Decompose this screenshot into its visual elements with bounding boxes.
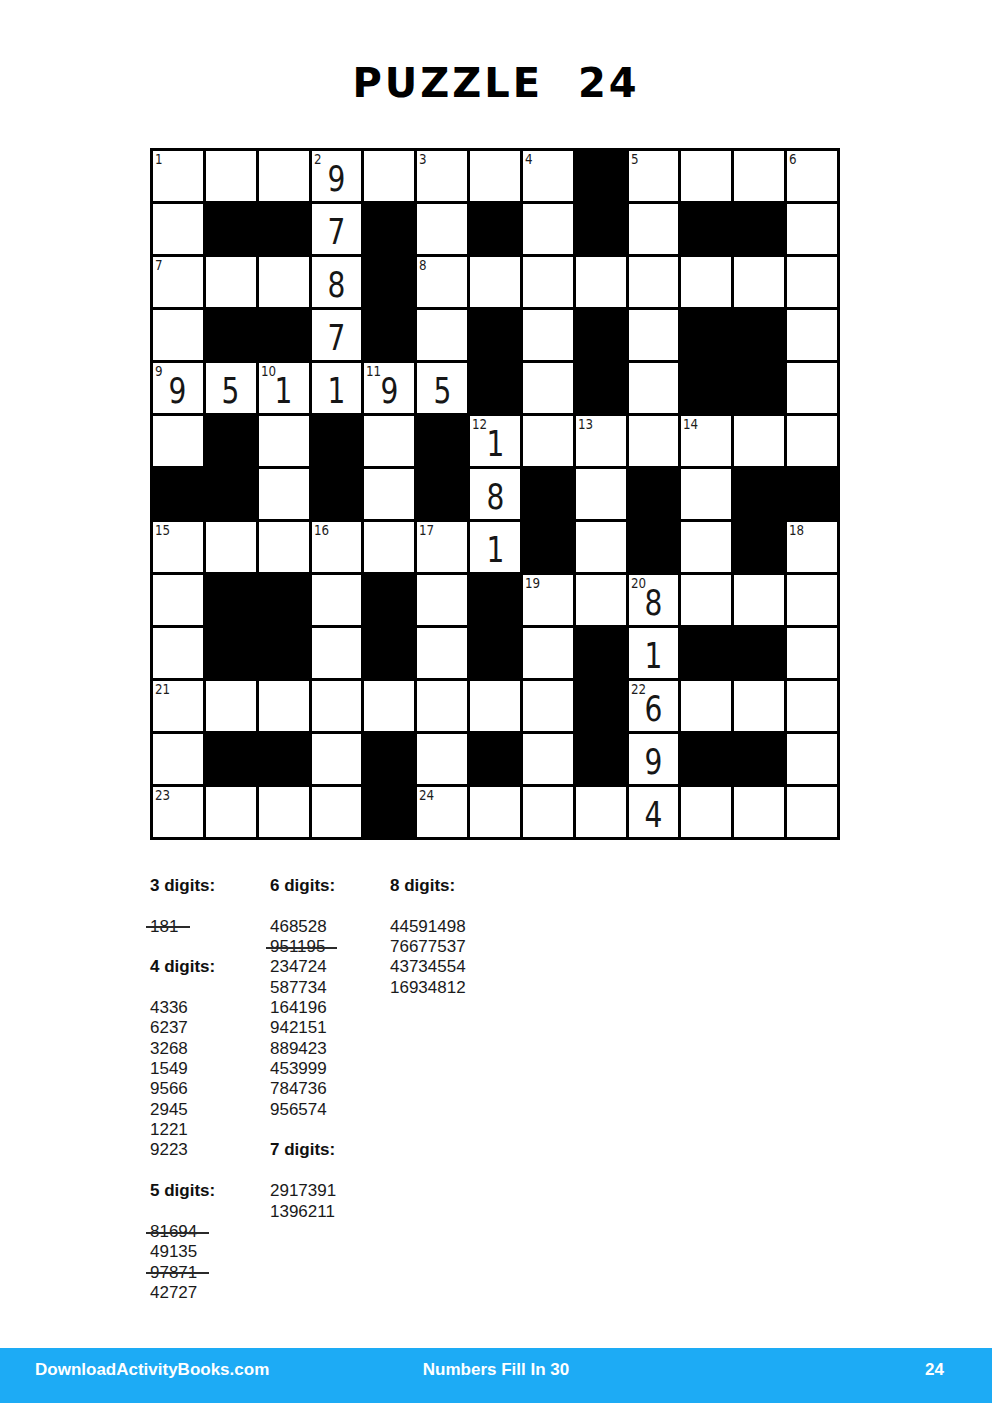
grid-cell[interactable]: 1 bbox=[629, 628, 679, 678]
grid-cell[interactable]: 23 bbox=[153, 787, 203, 837]
grid-cell[interactable] bbox=[259, 416, 309, 466]
grid-cell[interactable] bbox=[364, 416, 414, 466]
footer-page-number: 24 bbox=[925, 1360, 944, 1380]
grid-cell[interactable] bbox=[734, 787, 784, 837]
grid-cell[interactable] bbox=[523, 787, 573, 837]
list-number: 942151 bbox=[270, 1018, 327, 1038]
grid-cell[interactable] bbox=[417, 628, 467, 678]
grid-cell bbox=[523, 469, 573, 519]
grid-cell[interactable] bbox=[312, 787, 362, 837]
list-number: 4336 bbox=[150, 998, 188, 1018]
grid-cell[interactable] bbox=[523, 310, 573, 360]
grid-cell bbox=[576, 151, 626, 201]
grid-cell[interactable] bbox=[787, 734, 837, 784]
grid-cell[interactable] bbox=[153, 310, 203, 360]
clue-number: 24 bbox=[419, 787, 434, 803]
grid-cell[interactable] bbox=[734, 151, 784, 201]
list-number: 3268 bbox=[150, 1039, 188, 1059]
cell-digit: 9 bbox=[380, 368, 398, 409]
grid-cell bbox=[364, 628, 414, 678]
grid-cell[interactable]: 1 bbox=[470, 522, 520, 572]
clue-number: 6 bbox=[789, 151, 797, 167]
grid-cell[interactable] bbox=[629, 310, 679, 360]
grid-cell[interactable] bbox=[417, 204, 467, 254]
clue-number: 1 bbox=[155, 151, 163, 167]
grid-cell[interactable] bbox=[312, 734, 362, 784]
list-section-header: 3 digits: bbox=[150, 876, 268, 896]
grid-cell[interactable]: 16 bbox=[312, 522, 362, 572]
grid-cell bbox=[629, 469, 679, 519]
grid-cell[interactable] bbox=[470, 787, 520, 837]
grid-cell[interactable] bbox=[153, 204, 203, 254]
clue-number: 18 bbox=[789, 522, 804, 538]
grid-cell[interactable]: 7 bbox=[312, 204, 362, 254]
clue-number: 3 bbox=[419, 151, 427, 167]
grid-cell bbox=[470, 363, 520, 413]
list-number: 49135 bbox=[150, 1242, 197, 1262]
grid-cell[interactable]: 3 bbox=[417, 151, 467, 201]
grid-cell[interactable] bbox=[681, 151, 731, 201]
grid-cell[interactable] bbox=[629, 204, 679, 254]
list-number: 2945 bbox=[150, 1100, 188, 1120]
grid-cell bbox=[470, 734, 520, 784]
grid-cell bbox=[734, 628, 784, 678]
cell-digit: 7 bbox=[328, 315, 346, 356]
grid-cell[interactable] bbox=[681, 681, 731, 731]
fill-in-grid: 1293456778879951011119512113148151617118… bbox=[150, 148, 840, 840]
grid-cell[interactable]: 1 bbox=[153, 151, 203, 201]
grid-cell[interactable] bbox=[523, 681, 573, 731]
grid-cell[interactable] bbox=[629, 257, 679, 307]
grid-cell[interactable]: 17 bbox=[417, 522, 467, 572]
grid-cell[interactable]: 101 bbox=[259, 363, 309, 413]
list-section-header: 7 digits: bbox=[270, 1140, 388, 1160]
clue-number: 7 bbox=[155, 257, 163, 273]
grid-cell[interactable] bbox=[364, 681, 414, 731]
digit-list-column: 6 digits:4685289511952347245877341641969… bbox=[270, 876, 388, 1222]
cell-digit: 4 bbox=[645, 792, 663, 833]
grid-cell[interactable] bbox=[312, 628, 362, 678]
clue-number: 9 bbox=[155, 363, 163, 379]
grid-cell[interactable]: 18 bbox=[787, 522, 837, 572]
grid-cell[interactable]: 13 bbox=[576, 416, 626, 466]
grid-cell[interactable] bbox=[206, 681, 256, 731]
grid-cell bbox=[576, 310, 626, 360]
list-number: 42727 bbox=[150, 1283, 197, 1303]
grid-cell[interactable] bbox=[417, 734, 467, 784]
grid-cell[interactable] bbox=[734, 575, 784, 625]
grid-cell bbox=[787, 469, 837, 519]
grid-cell bbox=[259, 204, 309, 254]
grid-cell[interactable]: 5 bbox=[206, 363, 256, 413]
grid-cell[interactable] bbox=[417, 681, 467, 731]
grid-cell[interactable] bbox=[734, 681, 784, 731]
grid-cell bbox=[206, 416, 256, 466]
clue-number: 12 bbox=[472, 416, 487, 432]
grid-cell[interactable] bbox=[153, 575, 203, 625]
grid-cell[interactable]: 8 bbox=[417, 257, 467, 307]
grid-cell bbox=[206, 469, 256, 519]
list-section-header: 5 digits: bbox=[150, 1181, 268, 1201]
grid-cell[interactable]: 29 bbox=[312, 151, 362, 201]
grid-cell[interactable] bbox=[576, 257, 626, 307]
grid-cell bbox=[364, 257, 414, 307]
list-number: 44591498 bbox=[390, 917, 466, 937]
grid-cell bbox=[206, 204, 256, 254]
list-number: 164196 bbox=[270, 998, 327, 1018]
grid-cell bbox=[153, 469, 203, 519]
clue-number: 4 bbox=[525, 151, 533, 167]
grid-cell[interactable]: 5 bbox=[417, 363, 467, 413]
grid-cell bbox=[470, 628, 520, 678]
grid-cell[interactable] bbox=[787, 416, 837, 466]
grid-cell[interactable] bbox=[523, 628, 573, 678]
grid-cell[interactable] bbox=[153, 734, 203, 784]
grid-cell bbox=[629, 522, 679, 572]
grid-cell[interactable]: 15 bbox=[153, 522, 203, 572]
cell-digit: 1 bbox=[486, 421, 504, 462]
list-number: 889423 bbox=[270, 1039, 327, 1059]
grid-cell bbox=[681, 204, 731, 254]
grid-cell bbox=[259, 575, 309, 625]
clue-number: 16 bbox=[314, 522, 329, 538]
list-number: 453999 bbox=[270, 1059, 327, 1079]
grid-cell[interactable]: 5 bbox=[629, 151, 679, 201]
grid-cell[interactable] bbox=[523, 734, 573, 784]
grid-cell[interactable]: 4 bbox=[523, 151, 573, 201]
grid-cell bbox=[364, 575, 414, 625]
list-number: 76677537 bbox=[390, 937, 466, 957]
digit-list-column: 8 digits:4459149876677537437345541693481… bbox=[390, 876, 508, 998]
grid-cell[interactable] bbox=[523, 416, 573, 466]
clue-number: 8 bbox=[419, 257, 427, 273]
grid-cell[interactable] bbox=[206, 787, 256, 837]
page: PUZZLE 24 129345677887995101111951211314… bbox=[0, 0, 992, 1403]
clue-number: 22 bbox=[631, 681, 646, 697]
clue-number: 20 bbox=[631, 575, 646, 591]
grid-cell[interactable] bbox=[787, 575, 837, 625]
grid-cell[interactable] bbox=[470, 151, 520, 201]
cell-digit: 1 bbox=[645, 633, 663, 674]
grid-cell[interactable] bbox=[523, 257, 573, 307]
grid-cell[interactable]: 9 bbox=[629, 734, 679, 784]
grid-cell[interactable] bbox=[259, 522, 309, 572]
grid-cell[interactable] bbox=[312, 681, 362, 731]
grid-cell[interactable] bbox=[153, 416, 203, 466]
grid-cell[interactable] bbox=[364, 522, 414, 572]
list-number: 9566 bbox=[150, 1079, 188, 1099]
grid-cell bbox=[681, 628, 731, 678]
list-number: 1549 bbox=[150, 1059, 188, 1079]
list-number: 587734 bbox=[270, 978, 327, 998]
grid-cell[interactable] bbox=[206, 257, 256, 307]
list-section-header: 8 digits: bbox=[390, 876, 508, 896]
grid-cell[interactable] bbox=[153, 628, 203, 678]
grid-cell bbox=[734, 310, 784, 360]
grid-cell bbox=[576, 734, 626, 784]
grid-cell[interactable] bbox=[259, 257, 309, 307]
grid-cell[interactable] bbox=[576, 575, 626, 625]
grid-cell[interactable] bbox=[259, 681, 309, 731]
grid-cell[interactable] bbox=[787, 310, 837, 360]
grid-cell bbox=[206, 628, 256, 678]
grid-cell[interactable] bbox=[629, 363, 679, 413]
grid-cell bbox=[681, 363, 731, 413]
grid-cell bbox=[470, 575, 520, 625]
cell-digit: 5 bbox=[433, 368, 451, 409]
clue-number: 21 bbox=[155, 681, 170, 697]
grid-cell bbox=[259, 310, 309, 360]
list-number: 951195 bbox=[270, 937, 325, 957]
grid-cell[interactable]: 6 bbox=[787, 151, 837, 201]
grid-cell bbox=[206, 734, 256, 784]
grid-cell bbox=[470, 204, 520, 254]
grid-cell bbox=[523, 522, 573, 572]
grid-cell[interactable] bbox=[417, 575, 467, 625]
list-number: 81694 bbox=[150, 1222, 197, 1242]
grid-cell[interactable] bbox=[312, 575, 362, 625]
grid-cell[interactable]: 24 bbox=[417, 787, 467, 837]
grid-cell[interactable] bbox=[787, 257, 837, 307]
grid-cell[interactable] bbox=[206, 151, 256, 201]
grid-cell[interactable] bbox=[681, 257, 731, 307]
grid-cell[interactable]: 1 bbox=[312, 363, 362, 413]
cell-digit: 9 bbox=[645, 739, 663, 780]
grid-cell[interactable]: 7 bbox=[153, 257, 203, 307]
list-number: 16934812 bbox=[390, 978, 466, 998]
grid-cell[interactable] bbox=[364, 469, 414, 519]
grid-cell[interactable] bbox=[364, 151, 414, 201]
grid-cell[interactable] bbox=[576, 787, 626, 837]
cell-digit: 9 bbox=[328, 156, 346, 197]
list-number: 97871 bbox=[150, 1263, 197, 1283]
list-section-header: 6 digits: bbox=[270, 876, 388, 896]
list-number: 2917391 bbox=[270, 1181, 336, 1201]
clue-number: 5 bbox=[631, 151, 639, 167]
clue-number: 13 bbox=[578, 416, 593, 432]
grid-cell bbox=[312, 469, 362, 519]
list-number: 1396211 bbox=[270, 1202, 335, 1222]
clue-number: 2 bbox=[314, 151, 322, 167]
grid-cell[interactable]: 8 bbox=[470, 469, 520, 519]
grid-cell bbox=[259, 734, 309, 784]
grid-cell bbox=[364, 310, 414, 360]
grid-cell bbox=[364, 204, 414, 254]
grid-cell bbox=[206, 575, 256, 625]
cell-digit: 1 bbox=[275, 368, 293, 409]
grid-cell[interactable] bbox=[681, 522, 731, 572]
grid-cell[interactable] bbox=[576, 522, 626, 572]
grid-cell bbox=[734, 522, 784, 572]
digit-list-column: 3 digits:1814 digits:4336623732681549956… bbox=[150, 876, 268, 1303]
grid-cell bbox=[734, 469, 784, 519]
grid-cell[interactable] bbox=[681, 469, 731, 519]
list-number: 1221 bbox=[150, 1120, 188, 1140]
grid-cell bbox=[576, 681, 626, 731]
clue-number: 14 bbox=[683, 416, 698, 432]
grid-cell bbox=[206, 310, 256, 360]
list-number: 43734554 bbox=[390, 957, 466, 977]
clue-number: 19 bbox=[525, 575, 540, 591]
grid-cell[interactable]: 21 bbox=[153, 681, 203, 731]
clue-number: 17 bbox=[419, 522, 434, 538]
grid-cell[interactable]: 99 bbox=[153, 363, 203, 413]
grid-cell[interactable] bbox=[470, 681, 520, 731]
grid-cell bbox=[364, 787, 414, 837]
grid-cell[interactable]: 226 bbox=[629, 681, 679, 731]
cell-digit: 8 bbox=[328, 262, 346, 303]
grid-cell bbox=[417, 469, 467, 519]
clue-number: 15 bbox=[155, 522, 170, 538]
grid-cell[interactable] bbox=[787, 787, 837, 837]
grid-cell bbox=[681, 310, 731, 360]
list-number: 181 bbox=[150, 917, 178, 937]
grid-cell bbox=[681, 734, 731, 784]
clue-number: 23 bbox=[155, 787, 170, 803]
grid-cell bbox=[364, 734, 414, 784]
grid-cell[interactable]: 119 bbox=[364, 363, 414, 413]
grid-cell[interactable] bbox=[734, 416, 784, 466]
grid-cell[interactable] bbox=[787, 363, 837, 413]
cell-digit: 1 bbox=[328, 368, 346, 409]
grid-cell[interactable] bbox=[787, 681, 837, 731]
footer-series: Numbers Fill In 30 bbox=[0, 1360, 992, 1380]
grid-cell[interactable] bbox=[576, 469, 626, 519]
grid-cell[interactable] bbox=[734, 257, 784, 307]
list-number: 468528 bbox=[270, 917, 327, 937]
cell-digit: 5 bbox=[222, 368, 240, 409]
grid-cell[interactable]: 208 bbox=[629, 575, 679, 625]
footer-bar: DownloadActivityBooks.com Numbers Fill I… bbox=[0, 1348, 992, 1403]
cell-digit: 1 bbox=[486, 527, 504, 568]
list-number: 784736 bbox=[270, 1079, 327, 1099]
grid-cell[interactable] bbox=[259, 151, 309, 201]
puzzle-title: PUZZLE 24 bbox=[0, 60, 992, 106]
grid-cell[interactable] bbox=[259, 469, 309, 519]
grid-cell[interactable]: 4 bbox=[629, 787, 679, 837]
list-section-header: 4 digits: bbox=[150, 957, 268, 977]
grid-cell[interactable] bbox=[470, 257, 520, 307]
list-number: 956574 bbox=[270, 1100, 327, 1120]
list-number: 9223 bbox=[150, 1140, 188, 1160]
list-number: 6237 bbox=[150, 1018, 188, 1038]
grid-cell[interactable] bbox=[259, 787, 309, 837]
grid-cell[interactable]: 14 bbox=[681, 416, 731, 466]
grid-cell bbox=[734, 204, 784, 254]
grid-cell bbox=[576, 204, 626, 254]
grid-cell[interactable] bbox=[417, 310, 467, 360]
grid-cell[interactable] bbox=[681, 787, 731, 837]
grid-cell bbox=[312, 416, 362, 466]
grid-cell bbox=[470, 310, 520, 360]
list-number: 234724 bbox=[270, 957, 327, 977]
grid-cell bbox=[576, 363, 626, 413]
grid-cell[interactable] bbox=[787, 628, 837, 678]
cell-digit: 9 bbox=[169, 368, 187, 409]
grid-cell[interactable] bbox=[523, 363, 573, 413]
grid-cell[interactable]: 7 bbox=[312, 310, 362, 360]
cell-digit: 8 bbox=[486, 474, 504, 515]
grid-cell bbox=[259, 628, 309, 678]
grid-cell[interactable]: 121 bbox=[470, 416, 520, 466]
grid-cell[interactable]: 8 bbox=[312, 257, 362, 307]
cell-digit: 6 bbox=[645, 686, 663, 727]
cell-digit: 7 bbox=[328, 209, 346, 250]
grid-cell[interactable] bbox=[787, 204, 837, 254]
grid-cell bbox=[576, 628, 626, 678]
cell-digit: 8 bbox=[645, 580, 663, 621]
grid-cell bbox=[734, 363, 784, 413]
grid-cell[interactable] bbox=[206, 522, 256, 572]
grid-cell bbox=[417, 416, 467, 466]
grid-cell bbox=[734, 734, 784, 784]
grid-cell[interactable] bbox=[523, 204, 573, 254]
clue-number: 11 bbox=[366, 363, 381, 379]
grid-cell[interactable] bbox=[629, 416, 679, 466]
grid-cell[interactable]: 19 bbox=[523, 575, 573, 625]
grid-cell[interactable] bbox=[681, 575, 731, 625]
